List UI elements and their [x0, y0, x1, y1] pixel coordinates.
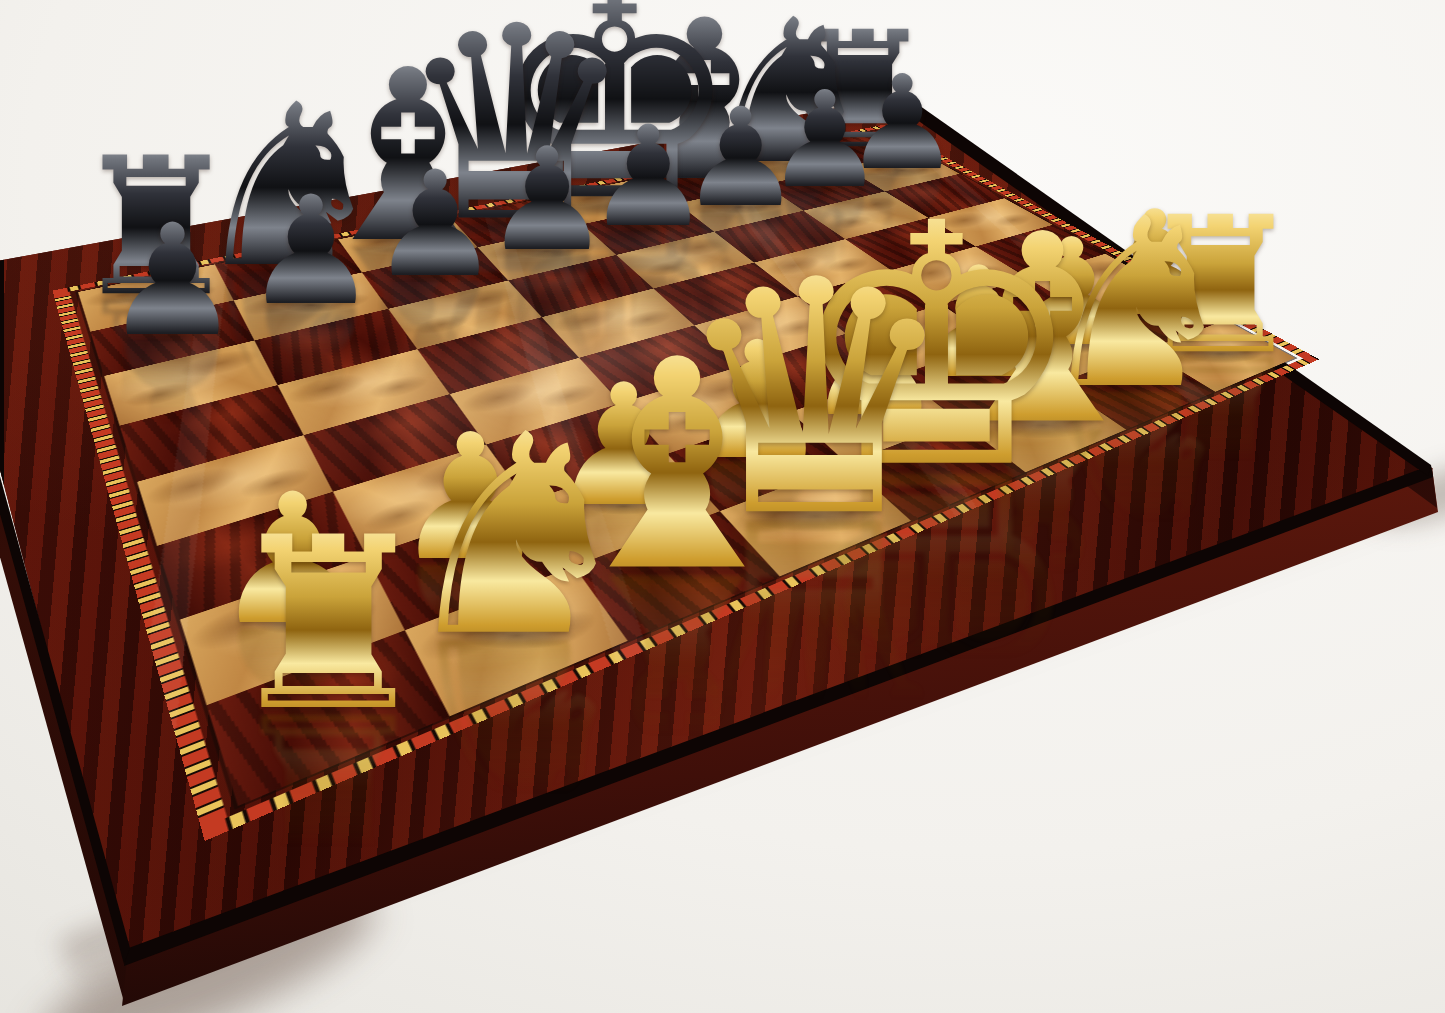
chess-board[interactable]: [52, 124, 1319, 841]
board-field: [78, 130, 1295, 806]
floor-shadow-right: [1366, 451, 1445, 538]
product-photo-scene: ♜♜♞♞♝♝♛♛♚♚♝♝♞♞♜♜♟♟♟♟♟♟♟♟♟♟♟♟♟♟♟♟♟♟♟♟♟♟♟♟…: [0, 0, 1445, 1013]
floor-shadow-corner: [24, 866, 392, 1013]
